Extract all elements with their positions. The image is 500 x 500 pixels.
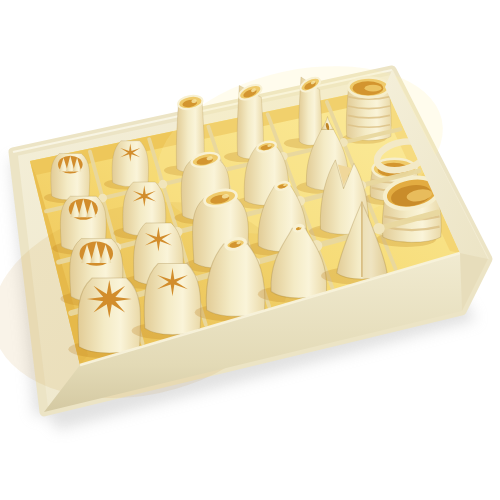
scene-canvas: [0, 0, 500, 500]
product-photo-piping-tip-set: [0, 0, 500, 500]
